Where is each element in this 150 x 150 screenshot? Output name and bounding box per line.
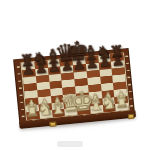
coordinate-mark <box>20 102 23 104</box>
brass-hinge-icon <box>50 121 57 127</box>
coordinate-mark <box>128 77 131 79</box>
brass-hinge-icon <box>128 113 135 119</box>
square-f5[interactable] <box>87 77 100 85</box>
coordinate-mark <box>20 94 23 96</box>
piece-black-pawn[interactable]: ♟ <box>110 53 124 68</box>
square-h1[interactable]: ♜ <box>115 103 128 111</box>
piece-white-rook[interactable]: ♜ <box>114 94 130 111</box>
board-grid: ♜♞♝♛♚♝♞♜♟♟♟♟♟♟♟♟♟♟♟♟♟♟♟♟♜♞♝♛♚♝♞♜ <box>22 53 129 120</box>
piece-black-pawn[interactable]: ♟ <box>72 57 86 72</box>
coordinate-mark <box>21 109 24 111</box>
coordinate-mark <box>22 116 25 118</box>
chess-set-photo: ♜♞♝♛♚♝♞♜♟♟♟♟♟♟♟♟♟♟♟♟♟♟♟♟♜♞♝♛♚♝♞♜ <box>0 0 150 150</box>
coordinate-mark <box>127 70 130 72</box>
square-b5[interactable] <box>36 82 49 90</box>
square-c5[interactable] <box>49 81 62 89</box>
square-a7[interactable]: ♟ <box>22 69 35 77</box>
square-h7[interactable]: ♟ <box>111 60 124 68</box>
coordinate-mark <box>130 105 133 107</box>
piece-black-pawn[interactable]: ♟ <box>85 56 99 71</box>
coordinate-mark <box>17 66 20 68</box>
coordinate-mark <box>129 91 132 93</box>
coordinate-mark <box>126 63 129 65</box>
watermark <box>57 141 83 147</box>
coordinate-mark <box>18 73 21 75</box>
square-g5[interactable] <box>100 76 113 84</box>
coordinate-mark <box>128 84 131 86</box>
square-g6[interactable] <box>99 69 112 77</box>
piece-black-pawn[interactable]: ♟ <box>98 54 112 69</box>
coordinate-mark <box>19 87 22 89</box>
piece-black-pawn[interactable]: ♟ <box>34 61 48 76</box>
piece-black-pawn[interactable]: ♟ <box>22 62 36 77</box>
coordinate-mark <box>18 80 21 82</box>
square-c7[interactable]: ♟ <box>48 66 61 74</box>
piece-black-pawn[interactable]: ♟ <box>47 59 61 74</box>
coordinate-mark <box>130 98 133 100</box>
square-g1[interactable]: ♞ <box>103 104 116 112</box>
coordinate-mark <box>125 55 128 57</box>
